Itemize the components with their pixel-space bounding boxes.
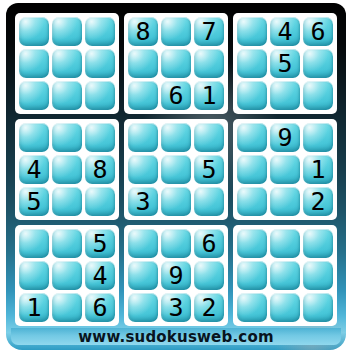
cell-r8c9[interactable]	[303, 261, 333, 290]
cell-r5c8[interactable]	[270, 155, 300, 184]
cell-r4c9[interactable]	[303, 123, 333, 152]
cell-r4c7[interactable]	[237, 123, 267, 152]
cell-r5c9[interactable]: 1	[303, 155, 333, 184]
cell-r8c5[interactable]: 9	[161, 261, 191, 290]
cell-r2c2[interactable]	[52, 49, 82, 78]
cell-r8c1[interactable]	[19, 261, 49, 290]
cell-r1c7[interactable]	[237, 17, 267, 46]
cell-r3c4[interactable]	[128, 81, 158, 110]
cell-r5c6[interactable]: 5	[194, 155, 224, 184]
cell-r5c4[interactable]	[128, 155, 158, 184]
cell-r9c7[interactable]	[237, 293, 267, 322]
cell-r1c1[interactable]	[19, 17, 49, 46]
cell-r7c7[interactable]	[237, 229, 267, 258]
cell-r6c8[interactable]	[270, 187, 300, 216]
box-5: 53	[124, 119, 228, 220]
cell-r9c8[interactable]	[270, 293, 300, 322]
cell-r4c4[interactable]	[128, 123, 158, 152]
cell-r5c1[interactable]: 4	[19, 155, 49, 184]
cell-r1c5[interactable]	[161, 17, 191, 46]
box-6: 912	[233, 119, 337, 220]
cell-r3c3[interactable]	[85, 81, 115, 110]
cell-r2c7[interactable]	[237, 49, 267, 78]
box-3: 465	[233, 13, 337, 114]
cell-r3c2[interactable]	[52, 81, 82, 110]
cell-r5c7[interactable]	[237, 155, 267, 184]
cell-r4c2[interactable]	[52, 123, 82, 152]
site-link[interactable]: www.sudokusweb.com	[78, 328, 273, 346]
footer-band: www.sudokusweb.com	[11, 328, 341, 345]
cell-r8c7[interactable]	[237, 261, 267, 290]
box-1	[15, 13, 119, 114]
cell-r7c8[interactable]	[270, 229, 300, 258]
cell-r9c9[interactable]	[303, 293, 333, 322]
cell-r9c6[interactable]: 2	[194, 293, 224, 322]
box-9	[233, 225, 337, 326]
cell-r7c4[interactable]	[128, 229, 158, 258]
cell-r1c8[interactable]: 4	[270, 17, 300, 46]
cell-r4c1[interactable]	[19, 123, 49, 152]
cell-r7c1[interactable]	[19, 229, 49, 258]
cell-r2c1[interactable]	[19, 49, 49, 78]
cell-r7c9[interactable]	[303, 229, 333, 258]
cell-r9c4[interactable]	[128, 293, 158, 322]
cell-r3c7[interactable]	[237, 81, 267, 110]
cell-r1c2[interactable]	[52, 17, 82, 46]
box-2: 8761	[124, 13, 228, 114]
cell-r7c2[interactable]	[52, 229, 82, 258]
cell-r8c4[interactable]	[128, 261, 158, 290]
cell-r2c4[interactable]	[128, 49, 158, 78]
cell-r9c5[interactable]: 3	[161, 293, 191, 322]
cell-r1c4[interactable]: 8	[128, 17, 158, 46]
cell-r9c2[interactable]	[52, 293, 82, 322]
cell-r6c3[interactable]	[85, 187, 115, 216]
cell-r3c8[interactable]	[270, 81, 300, 110]
cell-r3c5[interactable]: 6	[161, 81, 191, 110]
cell-r1c9[interactable]: 6	[303, 17, 333, 46]
cell-r6c7[interactable]	[237, 187, 267, 216]
cell-r6c6[interactable]	[194, 187, 224, 216]
cell-r8c8[interactable]	[270, 261, 300, 290]
cell-r8c2[interactable]	[52, 261, 82, 290]
cell-r6c9[interactable]: 2	[303, 187, 333, 216]
cell-r7c3[interactable]: 5	[85, 229, 115, 258]
cell-r6c4[interactable]: 3	[128, 187, 158, 216]
cell-r2c6[interactable]	[194, 49, 224, 78]
cell-r5c2[interactable]	[52, 155, 82, 184]
cell-r1c6[interactable]: 7	[194, 17, 224, 46]
cell-r3c1[interactable]	[19, 81, 49, 110]
cell-r7c5[interactable]	[161, 229, 191, 258]
box-7: 5416	[15, 225, 119, 326]
cell-r4c8[interactable]: 9	[270, 123, 300, 152]
cell-r6c5[interactable]	[161, 187, 191, 216]
box-8: 6932	[124, 225, 228, 326]
box-4: 485	[15, 119, 119, 220]
cell-r4c6[interactable]	[194, 123, 224, 152]
cell-r6c1[interactable]: 5	[19, 187, 49, 216]
cell-r6c2[interactable]	[52, 187, 82, 216]
cell-r2c8[interactable]: 5	[270, 49, 300, 78]
cell-r2c9[interactable]	[303, 49, 333, 78]
page: 87614654855391254166932 www.sudokusweb.c…	[0, 0, 350, 360]
cell-r3c9[interactable]	[303, 81, 333, 110]
cell-r9c3[interactable]: 6	[85, 293, 115, 322]
sudoku-frame: 87614654855391254166932 www.sudokusweb.c…	[6, 3, 346, 350]
cell-r3c6[interactable]: 1	[194, 81, 224, 110]
cell-r4c3[interactable]	[85, 123, 115, 152]
cell-r7c6[interactable]: 6	[194, 229, 224, 258]
cell-r8c3[interactable]: 4	[85, 261, 115, 290]
cell-r2c3[interactable]	[85, 49, 115, 78]
cell-r9c1[interactable]: 1	[19, 293, 49, 322]
cell-r8c6[interactable]	[194, 261, 224, 290]
cell-r1c3[interactable]	[85, 17, 115, 46]
cell-r2c5[interactable]	[161, 49, 191, 78]
cell-r4c5[interactable]	[161, 123, 191, 152]
cell-r5c3[interactable]: 8	[85, 155, 115, 184]
sudoku-board: 87614654855391254166932	[15, 13, 337, 326]
cell-r5c5[interactable]	[161, 155, 191, 184]
